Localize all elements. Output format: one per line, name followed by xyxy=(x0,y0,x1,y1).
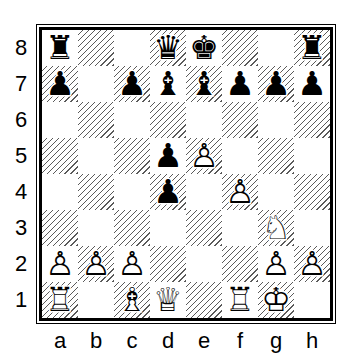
square-c7: ♟♟ xyxy=(114,66,150,102)
square-e3 xyxy=(186,210,222,246)
piece-black-pawn-d4: ♟ xyxy=(150,174,186,210)
piece-white-pawn-a2: ♙ xyxy=(42,246,78,282)
square-h1 xyxy=(294,282,330,318)
square-d8: ♛♛ xyxy=(150,30,186,66)
square-g7: ♟♟ xyxy=(258,66,294,102)
square-a5 xyxy=(42,138,78,174)
square-h3 xyxy=(294,210,330,246)
square-a4 xyxy=(42,174,78,210)
square-g5 xyxy=(258,138,294,174)
piece-black-pawn-f7: ♟ xyxy=(222,66,258,102)
piece-black-pawn-d5: ♟ xyxy=(150,138,186,174)
square-f6 xyxy=(222,102,258,138)
rank-label-4: 4 xyxy=(8,174,34,210)
square-g3: ♞♘ xyxy=(258,210,294,246)
square-c2: ♟♙ xyxy=(114,246,150,282)
square-e7: ♝♝ xyxy=(186,66,222,102)
piece-black-pawn-c7: ♟ xyxy=(114,66,150,102)
square-c4 xyxy=(114,174,150,210)
piece-black-rook-a8: ♜ xyxy=(42,30,78,66)
file-label-a: a xyxy=(42,328,78,354)
square-b6 xyxy=(78,102,114,138)
square-b8 xyxy=(78,30,114,66)
piece-white-pawn-f4: ♙ xyxy=(222,174,258,210)
square-e8: ♚♚ xyxy=(186,30,222,66)
rank-label-8: 8 xyxy=(8,30,34,66)
square-f5 xyxy=(222,138,258,174)
piece-black-king-e8: ♚ xyxy=(186,30,222,66)
square-d1: ♛♕ xyxy=(150,282,186,318)
square-e1 xyxy=(186,282,222,318)
file-label-c: c xyxy=(114,328,150,354)
square-a2: ♟♙ xyxy=(42,246,78,282)
file-label-g: g xyxy=(258,328,294,354)
square-f3 xyxy=(222,210,258,246)
rank-label-5: 5 xyxy=(8,138,34,174)
chess-diagram: 87654321 ♜♜♛♛♚♚♜♜♟♟♟♟♝♝♝♝♟♟♟♟♟♟♟♟♟♙♟♟♟♙♞… xyxy=(0,0,360,360)
square-d6 xyxy=(150,102,186,138)
piece-black-rook-h8: ♜ xyxy=(294,30,330,66)
square-b7 xyxy=(78,66,114,102)
piece-white-king-g1: ♔ xyxy=(258,282,294,318)
square-h5 xyxy=(294,138,330,174)
square-f2 xyxy=(222,246,258,282)
square-h8: ♜♜ xyxy=(294,30,330,66)
square-d5: ♟♟ xyxy=(150,138,186,174)
square-a3 xyxy=(42,210,78,246)
piece-black-pawn-h7: ♟ xyxy=(294,66,330,102)
board-border: ♜♜♛♛♚♚♜♜♟♟♟♟♝♝♝♝♟♟♟♟♟♟♟♟♟♙♟♟♟♙♞♘♟♙♟♙♟♙♟♙… xyxy=(39,27,333,321)
square-g4 xyxy=(258,174,294,210)
square-b2: ♟♙ xyxy=(78,246,114,282)
file-label-b: b xyxy=(78,328,114,354)
file-label-h: h xyxy=(294,328,330,354)
piece-white-pawn-h2: ♙ xyxy=(294,246,330,282)
square-h2: ♟♙ xyxy=(294,246,330,282)
piece-white-pawn-e5: ♙ xyxy=(186,138,222,174)
square-h7: ♟♟ xyxy=(294,66,330,102)
square-g2: ♟♙ xyxy=(258,246,294,282)
piece-black-bishop-d7: ♝ xyxy=(150,66,186,102)
square-f7: ♟♟ xyxy=(222,66,258,102)
square-e4 xyxy=(186,174,222,210)
square-h6 xyxy=(294,102,330,138)
square-b4 xyxy=(78,174,114,210)
piece-black-bishop-e7: ♝ xyxy=(186,66,222,102)
piece-black-pawn-g7: ♟ xyxy=(258,66,294,102)
square-e2 xyxy=(186,246,222,282)
board-frame: ♜♜♛♛♚♚♜♜♟♟♟♟♝♝♝♝♟♟♟♟♟♟♟♟♟♙♟♟♟♙♞♘♟♙♟♙♟♙♟♙… xyxy=(36,24,336,324)
square-b3 xyxy=(78,210,114,246)
square-c1: ♝♗ xyxy=(114,282,150,318)
square-a6 xyxy=(42,102,78,138)
piece-white-knight-g3: ♘ xyxy=(258,210,294,246)
file-label-e: e xyxy=(186,328,222,354)
piece-white-rook-a1: ♖ xyxy=(42,282,78,318)
square-e6 xyxy=(186,102,222,138)
square-g8 xyxy=(258,30,294,66)
square-c6 xyxy=(114,102,150,138)
square-b5 xyxy=(78,138,114,174)
square-a7: ♟♟ xyxy=(42,66,78,102)
piece-black-queen-d8: ♛ xyxy=(150,30,186,66)
rank-labels: 87654321 xyxy=(8,30,34,318)
square-b1 xyxy=(78,282,114,318)
square-a1: ♜♖ xyxy=(42,282,78,318)
square-a8: ♜♜ xyxy=(42,30,78,66)
square-d2 xyxy=(150,246,186,282)
square-f1: ♜♖ xyxy=(222,282,258,318)
piece-white-bishop-c1: ♗ xyxy=(114,282,150,318)
file-labels: abcdefgh xyxy=(42,328,330,354)
square-d3 xyxy=(150,210,186,246)
square-d7: ♝♝ xyxy=(150,66,186,102)
square-c3 xyxy=(114,210,150,246)
square-g6 xyxy=(258,102,294,138)
piece-white-pawn-g2: ♙ xyxy=(258,246,294,282)
rank-label-1: 1 xyxy=(8,282,34,318)
rank-label-7: 7 xyxy=(8,66,34,102)
square-c5 xyxy=(114,138,150,174)
rank-label-3: 3 xyxy=(8,210,34,246)
piece-white-rook-f1: ♖ xyxy=(222,282,258,318)
file-label-f: f xyxy=(222,328,258,354)
piece-black-pawn-a7: ♟ xyxy=(42,66,78,102)
file-label-d: d xyxy=(150,328,186,354)
square-f4: ♟♙ xyxy=(222,174,258,210)
square-h4 xyxy=(294,174,330,210)
rank-label-2: 2 xyxy=(8,246,34,282)
square-f8 xyxy=(222,30,258,66)
rank-label-6: 6 xyxy=(8,102,34,138)
chess-board: ♜♜♛♛♚♚♜♜♟♟♟♟♝♝♝♝♟♟♟♟♟♟♟♟♟♙♟♟♟♙♞♘♟♙♟♙♟♙♟♙… xyxy=(42,30,330,318)
square-d4: ♟♟ xyxy=(150,174,186,210)
piece-white-queen-d1: ♕ xyxy=(150,282,186,318)
square-g1: ♚♔ xyxy=(258,282,294,318)
square-c8 xyxy=(114,30,150,66)
piece-white-pawn-c2: ♙ xyxy=(114,246,150,282)
square-e5: ♟♙ xyxy=(186,138,222,174)
piece-white-pawn-b2: ♙ xyxy=(78,246,114,282)
